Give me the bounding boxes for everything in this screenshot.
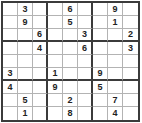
cell-r7c3[interactable] xyxy=(33,81,48,94)
cell-r5c5[interactable] xyxy=(63,55,78,68)
cell-r3c6[interactable]: 3 xyxy=(78,29,93,42)
cell-r6c7[interactable]: 9 xyxy=(93,68,108,81)
cell-r2c9[interactable] xyxy=(123,16,138,29)
cell-r3c2[interactable] xyxy=(18,29,33,42)
cell-r6c5[interactable] xyxy=(63,68,78,81)
cell-r6c8[interactable] xyxy=(108,68,123,81)
cell-r2c4[interactable] xyxy=(48,16,63,29)
cell-r2c8[interactable]: 1 xyxy=(108,16,123,29)
cell-r7c8[interactable] xyxy=(108,81,123,94)
cell-r2c3[interactable] xyxy=(33,16,48,29)
cell-r6c1[interactable]: 3 xyxy=(3,68,18,81)
cell-r8c5[interactable]: 2 xyxy=(63,94,78,107)
cell-r9c5[interactable]: 8 xyxy=(63,107,78,120)
cell-r9c4[interactable] xyxy=(48,107,63,120)
cell-r1c4[interactable] xyxy=(48,3,63,16)
cell-r8c2[interactable]: 5 xyxy=(18,94,33,107)
cell-r8c6[interactable] xyxy=(78,94,93,107)
cell-r9c3[interactable] xyxy=(33,107,48,120)
cell-r2c7[interactable] xyxy=(93,16,108,29)
cell-r3c7[interactable] xyxy=(93,29,108,42)
cell-r2c5[interactable]: 5 xyxy=(63,16,78,29)
cell-r4c1[interactable] xyxy=(3,42,18,55)
cell-r7c5[interactable] xyxy=(63,81,78,94)
cell-r6c2[interactable] xyxy=(18,68,33,81)
cell-r4c7[interactable] xyxy=(93,42,108,55)
cell-r1c2[interactable]: 3 xyxy=(18,3,33,16)
cell-r7c1[interactable]: 4 xyxy=(3,81,18,94)
cell-r6c9[interactable] xyxy=(123,68,138,81)
cell-r1c8[interactable]: 9 xyxy=(108,3,123,16)
cell-r7c4[interactable]: 9 xyxy=(48,81,63,94)
cell-r4c6[interactable]: 6 xyxy=(78,42,93,55)
cell-r9c9[interactable] xyxy=(123,107,138,120)
cell-r7c7[interactable]: 5 xyxy=(93,81,108,94)
cell-r9c6[interactable] xyxy=(78,107,93,120)
cell-r5c9[interactable] xyxy=(123,55,138,68)
cell-r3c3[interactable]: 6 xyxy=(33,29,48,42)
cell-r9c2[interactable]: 1 xyxy=(18,107,33,120)
sudoku-board: 369951632463319495527184 xyxy=(1,1,140,122)
cell-r7c6[interactable] xyxy=(78,81,93,94)
cell-r5c2[interactable] xyxy=(18,55,33,68)
cell-r3c4[interactable] xyxy=(48,29,63,42)
cell-r1c1[interactable] xyxy=(3,3,18,16)
cell-r3c9[interactable]: 2 xyxy=(123,29,138,42)
cell-r5c8[interactable] xyxy=(108,55,123,68)
cell-r6c3[interactable] xyxy=(33,68,48,81)
cell-r1c9[interactable] xyxy=(123,3,138,16)
cell-r4c4[interactable] xyxy=(48,42,63,55)
cell-r4c3[interactable]: 4 xyxy=(33,42,48,55)
cell-r9c8[interactable]: 4 xyxy=(108,107,123,120)
cell-r4c8[interactable] xyxy=(108,42,123,55)
cell-r3c1[interactable] xyxy=(3,29,18,42)
cell-r1c5[interactable]: 6 xyxy=(63,3,78,16)
cell-r5c3[interactable] xyxy=(33,55,48,68)
cell-r4c9[interactable]: 3 xyxy=(123,42,138,55)
cell-r8c3[interactable] xyxy=(33,94,48,107)
cell-r1c6[interactable] xyxy=(78,3,93,16)
cell-r7c2[interactable] xyxy=(18,81,33,94)
cell-r5c4[interactable] xyxy=(48,55,63,68)
cell-r8c1[interactable] xyxy=(3,94,18,107)
cell-r1c3[interactable] xyxy=(33,3,48,16)
cell-r8c4[interactable] xyxy=(48,94,63,107)
cell-r2c2[interactable]: 9 xyxy=(18,16,33,29)
cell-r3c8[interactable] xyxy=(108,29,123,42)
cell-r5c6[interactable] xyxy=(78,55,93,68)
cell-r9c7[interactable] xyxy=(93,107,108,120)
cell-r6c4[interactable]: 1 xyxy=(48,68,63,81)
cell-r2c1[interactable] xyxy=(3,16,18,29)
cell-r8c8[interactable]: 7 xyxy=(108,94,123,107)
cell-r7c9[interactable] xyxy=(123,81,138,94)
cell-r8c9[interactable] xyxy=(123,94,138,107)
cell-r2c6[interactable] xyxy=(78,16,93,29)
cell-r4c5[interactable] xyxy=(63,42,78,55)
cell-r5c1[interactable] xyxy=(3,55,18,68)
cell-r5c7[interactable] xyxy=(93,55,108,68)
cell-r8c7[interactable] xyxy=(93,94,108,107)
cell-r4c2[interactable] xyxy=(18,42,33,55)
cell-r3c5[interactable] xyxy=(63,29,78,42)
cell-r9c1[interactable] xyxy=(3,107,18,120)
cell-r1c7[interactable] xyxy=(93,3,108,16)
cell-r6c6[interactable] xyxy=(78,68,93,81)
